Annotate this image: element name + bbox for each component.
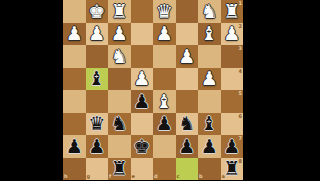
white-pawn: ♟ (63, 23, 86, 46)
square-e3[interactable] (131, 45, 154, 68)
square-d4[interactable] (153, 68, 176, 91)
square-a8[interactable]: ♜a8 (221, 158, 244, 181)
square-c3[interactable]: ♟ (176, 45, 199, 68)
square-c4[interactable] (176, 68, 199, 91)
square-e8[interactable]: e (131, 158, 154, 181)
square-h5[interactable] (63, 90, 86, 113)
black-pawn: ♟ (63, 135, 86, 158)
square-b1[interactable]: ♞ (198, 0, 221, 23)
rank-label-1: 1 (239, 1, 242, 6)
square-h6[interactable] (63, 113, 86, 136)
white-pawn: ♟ (221, 23, 244, 46)
square-d7[interactable] (153, 135, 176, 158)
black-knight: ♞ (176, 113, 199, 136)
square-f2[interactable]: ♟ (108, 23, 131, 46)
square-h4[interactable] (63, 68, 86, 91)
square-e5[interactable]: ♟ (131, 90, 154, 113)
square-h2[interactable]: ♟ (63, 23, 86, 46)
square-a6[interactable]: 6 (221, 113, 244, 136)
square-h8[interactable]: h (63, 158, 86, 181)
square-g1[interactable]: ♚ (86, 0, 109, 23)
square-a1[interactable]: ♜1 (221, 0, 244, 23)
square-c8[interactable]: c (176, 158, 199, 181)
white-queen: ♛ (153, 0, 176, 23)
black-pawn: ♟ (198, 135, 221, 158)
white-pawn: ♟ (198, 68, 221, 91)
square-b4[interactable]: ♟ (198, 68, 221, 91)
square-f6[interactable]: ♞ (108, 113, 131, 136)
square-g7[interactable]: ♟ (86, 135, 109, 158)
square-b7[interactable]: ♟ (198, 135, 221, 158)
square-g8[interactable]: g (86, 158, 109, 181)
square-g6[interactable]: ♛ (86, 113, 109, 136)
square-c5[interactable] (176, 90, 199, 113)
square-a5[interactable]: 5 (221, 90, 244, 113)
square-d1[interactable]: ♛ (153, 0, 176, 23)
square-a4[interactable]: 4 (221, 68, 244, 91)
square-c2[interactable] (176, 23, 199, 46)
square-h3[interactable] (63, 45, 86, 68)
white-pawn: ♟ (108, 23, 131, 46)
black-pawn: ♟ (176, 135, 199, 158)
square-b3[interactable] (198, 45, 221, 68)
letterbox-right (243, 0, 320, 180)
square-g5[interactable] (86, 90, 109, 113)
black-king: ♚ (131, 135, 154, 158)
square-e2[interactable] (131, 23, 154, 46)
white-king: ♚ (86, 0, 109, 23)
square-a2[interactable]: ♟2 (221, 23, 244, 46)
square-f7[interactable] (108, 135, 131, 158)
square-g3[interactable] (86, 45, 109, 68)
rank-label-2: 2 (239, 24, 242, 29)
white-bishop: ♝ (198, 23, 221, 46)
square-c6[interactable]: ♞ (176, 113, 199, 136)
file-label-c: c (177, 174, 180, 179)
square-f3[interactable]: ♞ (108, 45, 131, 68)
file-label-h: h (64, 174, 68, 179)
white-bishop: ♝ (153, 90, 176, 113)
square-f1[interactable]: ♜ (108, 0, 131, 23)
square-a3[interactable]: 3 (221, 45, 244, 68)
square-h7[interactable]: ♟ (63, 135, 86, 158)
rank-label-7: 7 (239, 136, 242, 141)
black-pawn: ♟ (153, 113, 176, 136)
letterbox-left (0, 0, 63, 180)
file-label-a: a (222, 174, 225, 179)
white-knight: ♞ (108, 45, 131, 68)
white-pawn: ♟ (86, 23, 109, 46)
video-frame: ♚♜♛♞♜1♟♟♟♟♝♟2♞♟3♝♟♟4♟♝5♛♞♟♞♝6♟♟♚♟♟♟7hg♜f… (0, 0, 320, 180)
black-bishop: ♝ (198, 113, 221, 136)
black-pawn: ♟ (221, 135, 244, 158)
square-f5[interactable] (108, 90, 131, 113)
black-pawn: ♟ (131, 90, 154, 113)
file-label-d: d (154, 174, 158, 179)
black-rook: ♜ (221, 158, 244, 181)
file-label-f: f (109, 174, 111, 179)
black-pawn: ♟ (86, 135, 109, 158)
black-queen: ♛ (86, 113, 109, 136)
rank-label-5: 5 (239, 91, 242, 96)
square-d3[interactable] (153, 45, 176, 68)
file-label-e: e (132, 174, 135, 179)
rank-label-6: 6 (239, 114, 242, 119)
square-e6[interactable] (131, 113, 154, 136)
file-label-b: b (199, 174, 203, 179)
square-e1[interactable] (131, 0, 154, 23)
square-b6[interactable]: ♝ (198, 113, 221, 136)
black-knight: ♞ (108, 113, 131, 136)
rank-label-3: 3 (239, 46, 242, 51)
white-pawn: ♟ (131, 68, 154, 91)
square-d2[interactable]: ♟ (153, 23, 176, 46)
square-f8[interactable]: ♜f (108, 158, 131, 181)
square-c1[interactable] (176, 0, 199, 23)
square-h1[interactable] (63, 0, 86, 23)
square-f4[interactable] (108, 68, 131, 91)
square-a7[interactable]: ♟7 (221, 135, 244, 158)
square-e4[interactable]: ♟ (131, 68, 154, 91)
square-g2[interactable]: ♟ (86, 23, 109, 46)
square-d8[interactable]: d (153, 158, 176, 181)
square-g4[interactable]: ♝ (86, 68, 109, 91)
white-pawn: ♟ (153, 23, 176, 46)
chess-board: ♚♜♛♞♜1♟♟♟♟♝♟2♞♟3♝♟♟4♟♝5♛♞♟♞♝6♟♟♚♟♟♟7hg♜f… (63, 0, 243, 180)
square-b2[interactable]: ♝ (198, 23, 221, 46)
black-bishop: ♝ (86, 68, 109, 91)
white-pawn: ♟ (176, 45, 199, 68)
file-label-g: g (87, 174, 91, 179)
black-rook: ♜ (108, 158, 131, 181)
white-rook: ♜ (108, 0, 131, 23)
white-knight: ♞ (198, 0, 221, 23)
square-d5[interactable]: ♝ (153, 90, 176, 113)
square-c7[interactable]: ♟ (176, 135, 199, 158)
rank-label-4: 4 (239, 69, 242, 74)
square-d6[interactable]: ♟ (153, 113, 176, 136)
rank-label-8: 8 (239, 159, 242, 164)
square-b5[interactable] (198, 90, 221, 113)
square-e7[interactable]: ♚ (131, 135, 154, 158)
white-rook: ♜ (221, 0, 244, 23)
square-b8[interactable]: b (198, 158, 221, 181)
